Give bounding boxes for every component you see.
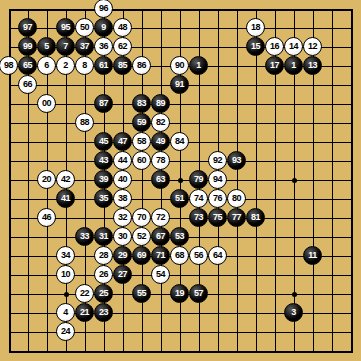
move-number-label: 82: [156, 118, 165, 127]
move-number-label: 3: [291, 308, 296, 317]
move-number-label: 72: [156, 213, 165, 222]
move-number-label: 51: [175, 194, 184, 203]
move-number-label: 76: [213, 194, 222, 203]
black-stone-1[interactable]: 1: [189, 56, 208, 75]
move-number-label: 25: [99, 289, 108, 298]
black-stone-41[interactable]: 41: [56, 189, 75, 208]
move-number-label: 52: [137, 232, 146, 241]
white-stone-90[interactable]: 90: [170, 56, 189, 75]
move-number-label: 68: [175, 251, 184, 260]
move-number-label: 69: [137, 251, 146, 260]
move-number-label: 23: [99, 308, 108, 317]
black-stone-59[interactable]: 59: [132, 113, 151, 132]
white-stone-8[interactable]: 8: [75, 56, 94, 75]
move-number-label: 88: [80, 118, 89, 127]
move-number-label: 75: [213, 213, 222, 222]
white-stone-20[interactable]: 20: [37, 170, 56, 189]
black-stone-77[interactable]: 77: [227, 208, 246, 227]
black-stone-39[interactable]: 39: [94, 170, 113, 189]
move-number-label: 00: [42, 99, 51, 108]
move-number-label: 93: [232, 156, 241, 165]
move-number-label: 91: [175, 80, 184, 89]
move-number-label: 18: [251, 23, 260, 32]
white-stone-78[interactable]: 78: [151, 151, 170, 170]
white-stone-92[interactable]: 92: [208, 151, 227, 170]
white-stone-6[interactable]: 6: [37, 56, 56, 75]
move-number-label: 17: [270, 61, 279, 70]
grid-line-horizontal: [9, 9, 353, 11]
grid-line-horizontal: [9, 218, 352, 219]
move-number-label: 5: [44, 42, 49, 51]
move-number-label: 16: [270, 42, 279, 51]
white-stone-82[interactable]: 82: [151, 113, 170, 132]
move-number-label: 35: [99, 194, 108, 203]
white-stone-14[interactable]: 14: [284, 37, 303, 56]
move-number-label: 89: [156, 99, 165, 108]
move-number-label: 71: [156, 251, 165, 260]
move-number-label: 1: [291, 61, 296, 70]
black-stone-27[interactable]: 27: [113, 265, 132, 284]
white-stone-54[interactable]: 54: [151, 265, 170, 284]
move-number-label: 49: [156, 137, 165, 146]
move-number-label: 55: [137, 289, 146, 298]
black-stone-75[interactable]: 75: [208, 208, 227, 227]
black-stone-45[interactable]: 45: [94, 132, 113, 151]
white-stone-70[interactable]: 70: [132, 208, 151, 227]
move-number-label: 61: [99, 61, 108, 70]
black-stone-85[interactable]: 85: [113, 56, 132, 75]
white-stone-30[interactable]: 30: [113, 227, 132, 246]
black-stone-65[interactable]: 65: [18, 56, 37, 75]
move-number-label: 27: [118, 270, 127, 279]
black-stone-57[interactable]: 57: [189, 284, 208, 303]
move-number-label: 81: [251, 213, 260, 222]
move-number-label: 47: [118, 137, 127, 146]
black-stone-83[interactable]: 83: [132, 94, 151, 113]
move-number-label: 95: [61, 23, 70, 32]
black-stone-11[interactable]: 11: [303, 246, 322, 265]
white-stone-66[interactable]: 66: [18, 75, 37, 94]
move-number-label: 65: [23, 61, 32, 70]
move-number-label: 14: [289, 42, 298, 51]
white-stone-86[interactable]: 86: [132, 56, 151, 75]
move-number-label: 54: [156, 270, 165, 279]
white-stone-74[interactable]: 74: [189, 189, 208, 208]
white-stone-10[interactable]: 10: [56, 265, 75, 284]
grid-line-vertical: [237, 9, 238, 352]
white-stone-64[interactable]: 64: [208, 246, 227, 265]
black-stone-31[interactable]: 31: [94, 227, 113, 246]
move-number-label: 77: [232, 213, 241, 222]
grid-line-vertical: [256, 9, 257, 352]
move-number-label: 50: [80, 23, 89, 32]
black-stone-9[interactable]: 9: [94, 18, 113, 37]
move-number-label: 92: [213, 156, 222, 165]
white-stone-4[interactable]: 4: [56, 303, 75, 322]
move-number-label: 62: [118, 42, 127, 51]
move-number-label: 84: [175, 137, 184, 146]
move-number-label: 9: [101, 23, 106, 32]
white-stone-56[interactable]: 56: [189, 246, 208, 265]
white-stone-34[interactable]: 34: [56, 246, 75, 265]
white-stone-68[interactable]: 68: [170, 246, 189, 265]
star-point: [292, 178, 297, 183]
white-stone-16[interactable]: 16: [265, 37, 284, 56]
white-stone-98[interactable]: 98: [0, 56, 18, 75]
move-number-label: 37: [80, 42, 89, 51]
move-number-label: 59: [137, 118, 146, 127]
move-number-label: 46: [42, 213, 51, 222]
black-stone-53[interactable]: 53: [170, 227, 189, 246]
move-number-label: 44: [118, 156, 127, 165]
black-stone-29[interactable]: 29: [113, 246, 132, 265]
black-stone-33[interactable]: 33: [75, 227, 94, 246]
move-number-label: 94: [213, 175, 222, 184]
white-stone-2[interactable]: 2: [56, 56, 75, 75]
white-stone-42[interactable]: 42: [56, 170, 75, 189]
move-number-label: 36: [99, 42, 108, 51]
move-number-label: 1: [196, 61, 201, 70]
white-stone-46[interactable]: 46: [37, 208, 56, 227]
black-stone-3[interactable]: 3: [284, 303, 303, 322]
white-stone-84[interactable]: 84: [170, 132, 189, 151]
move-number-label: 70: [137, 213, 146, 222]
move-number-label: 58: [137, 137, 146, 146]
move-number-label: 31: [99, 232, 108, 241]
black-stone-67[interactable]: 67: [151, 227, 170, 246]
move-number-label: 96: [99, 4, 108, 13]
black-stone-79[interactable]: 79: [189, 170, 208, 189]
move-number-label: 12: [308, 42, 317, 51]
move-number-label: 97: [23, 23, 32, 32]
black-stone-99[interactable]: 99: [18, 37, 37, 56]
white-stone-52[interactable]: 52: [132, 227, 151, 246]
move-number-label: 2: [63, 61, 68, 70]
black-stone-55[interactable]: 55: [132, 284, 151, 303]
move-number-label: 20: [42, 175, 51, 184]
move-number-label: 74: [194, 194, 203, 203]
white-stone-94[interactable]: 94: [208, 170, 227, 189]
move-number-label: 6: [44, 61, 49, 70]
black-stone-15[interactable]: 15: [246, 37, 265, 56]
move-number-label: 33: [80, 232, 89, 241]
black-stone-71[interactable]: 71: [151, 246, 170, 265]
white-stone-50[interactable]: 50: [75, 18, 94, 37]
black-stone-61[interactable]: 61: [94, 56, 113, 75]
move-number-label: 53: [175, 232, 184, 241]
move-number-label: 79: [194, 175, 203, 184]
white-stone-58[interactable]: 58: [132, 132, 151, 151]
black-stone-23[interactable]: 23: [94, 303, 113, 322]
black-stone-17[interactable]: 17: [265, 56, 284, 75]
move-number-label: 45: [99, 137, 108, 146]
move-number-label: 7: [63, 42, 68, 51]
move-number-label: 21: [80, 308, 89, 317]
move-number-label: 4: [63, 308, 68, 317]
black-stone-69[interactable]: 69: [132, 246, 151, 265]
black-stone-1[interactable]: 1: [284, 56, 303, 75]
white-stone-18[interactable]: 18: [246, 18, 265, 37]
white-stone-48[interactable]: 48: [113, 18, 132, 37]
black-stone-87[interactable]: 87: [94, 94, 113, 113]
black-stone-7[interactable]: 7: [56, 37, 75, 56]
black-stone-73[interactable]: 73: [189, 208, 208, 227]
black-stone-49[interactable]: 49: [151, 132, 170, 151]
move-number-label: 56: [194, 251, 203, 260]
black-stone-5[interactable]: 5: [37, 37, 56, 56]
star-point: [292, 292, 297, 297]
white-stone-38[interactable]: 38: [113, 189, 132, 208]
white-stone-12[interactable]: 12: [303, 37, 322, 56]
move-number-label: 32: [118, 213, 127, 222]
move-number-label: 42: [61, 175, 70, 184]
white-stone-72[interactable]: 72: [151, 208, 170, 227]
black-stone-43[interactable]: 43: [94, 151, 113, 170]
move-number-label: 34: [61, 251, 70, 260]
move-number-label: 29: [118, 251, 127, 260]
move-number-label: 22: [80, 289, 89, 298]
star-point: [178, 178, 183, 183]
black-stone-21[interactable]: 21: [75, 303, 94, 322]
black-stone-97[interactable]: 97: [18, 18, 37, 37]
move-number-label: 41: [61, 194, 70, 203]
move-number-label: 19: [175, 289, 184, 298]
black-stone-37[interactable]: 37: [75, 37, 94, 56]
black-stone-47[interactable]: 47: [113, 132, 132, 151]
black-stone-81[interactable]: 81: [246, 208, 265, 227]
move-number-label: 87: [99, 99, 108, 108]
move-number-label: 60: [137, 156, 146, 165]
move-number-label: 43: [99, 156, 108, 165]
move-number-label: 63: [156, 175, 165, 184]
move-number-label: 67: [156, 232, 165, 241]
black-stone-93[interactable]: 93: [227, 151, 246, 170]
white-stone-00[interactable]: 00: [37, 94, 56, 113]
white-stone-22[interactable]: 22: [75, 284, 94, 303]
move-number-label: 11: [308, 251, 317, 260]
move-number-label: 39: [99, 175, 108, 184]
white-stone-32[interactable]: 32: [113, 208, 132, 227]
white-stone-44[interactable]: 44: [113, 151, 132, 170]
move-number-label: 28: [99, 251, 108, 260]
go-board[interactable]: 9697955094818995737366215161412986562861…: [0, 0, 361, 361]
move-number-label: 85: [118, 61, 127, 70]
move-number-label: 26: [99, 270, 108, 279]
move-number-label: 66: [23, 80, 32, 89]
black-stone-19[interactable]: 19: [170, 284, 189, 303]
black-stone-91[interactable]: 91: [170, 75, 189, 94]
star-point: [64, 292, 69, 297]
white-stone-26[interactable]: 26: [94, 265, 113, 284]
grid-line-vertical: [332, 9, 333, 352]
move-number-label: 83: [137, 99, 146, 108]
move-number-label: 80: [232, 194, 241, 203]
white-stone-76[interactable]: 76: [208, 189, 227, 208]
grid-line-vertical: [351, 9, 353, 353]
move-number-label: 90: [175, 61, 184, 70]
white-stone-80[interactable]: 80: [227, 189, 246, 208]
move-number-label: 38: [118, 194, 127, 203]
white-stone-96[interactable]: 96: [94, 0, 113, 18]
move-number-label: 24: [61, 327, 70, 336]
move-number-label: 64: [213, 251, 222, 260]
white-stone-28[interactable]: 28: [94, 246, 113, 265]
move-number-label: 40: [118, 175, 127, 184]
move-number-label: 13: [308, 61, 317, 70]
move-number-label: 48: [118, 23, 127, 32]
move-number-label: 86: [137, 61, 146, 70]
move-number-label: 8: [82, 61, 87, 70]
move-number-label: 99: [23, 42, 32, 51]
move-number-label: 10: [61, 270, 70, 279]
white-stone-60[interactable]: 60: [132, 151, 151, 170]
black-stone-25[interactable]: 25: [94, 284, 113, 303]
move-number-label: 98: [4, 61, 13, 70]
black-stone-13[interactable]: 13: [303, 56, 322, 75]
black-stone-63[interactable]: 63: [151, 170, 170, 189]
black-stone-35[interactable]: 35: [94, 189, 113, 208]
grid-line-horizontal: [9, 351, 353, 353]
move-number-label: 15: [251, 42, 260, 51]
black-stone-89[interactable]: 89: [151, 94, 170, 113]
white-stone-88[interactable]: 88: [75, 113, 94, 132]
white-stone-62[interactable]: 62: [113, 37, 132, 56]
move-number-label: 30: [118, 232, 127, 241]
white-stone-36[interactable]: 36: [94, 37, 113, 56]
black-stone-51[interactable]: 51: [170, 189, 189, 208]
black-stone-95[interactable]: 95: [56, 18, 75, 37]
move-number-label: 57: [194, 289, 203, 298]
move-number-label: 73: [194, 213, 203, 222]
white-stone-24[interactable]: 24: [56, 322, 75, 341]
white-stone-40[interactable]: 40: [113, 170, 132, 189]
move-number-label: 78: [156, 156, 165, 165]
